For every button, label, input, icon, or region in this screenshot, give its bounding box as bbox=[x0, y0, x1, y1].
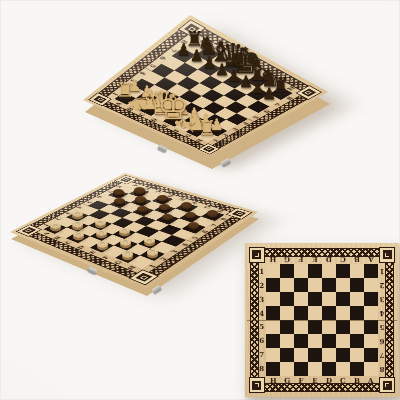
coordinate-label: 3 bbox=[378, 292, 386, 306]
coordinate-label: 1 bbox=[378, 264, 386, 278]
file-labels: HGFEDCBA bbox=[266, 256, 378, 264]
dark-square bbox=[308, 348, 322, 362]
coordinate-label: B bbox=[350, 256, 364, 264]
dark-square bbox=[294, 334, 308, 348]
coordinate-label: C bbox=[336, 256, 350, 264]
dark-square bbox=[294, 362, 308, 376]
corner-ornament-inner bbox=[385, 383, 390, 388]
dark-square bbox=[294, 306, 308, 320]
corner-ornament-dot bbox=[255, 384, 258, 387]
coordinate-label: C bbox=[336, 376, 350, 384]
dark-square bbox=[322, 334, 336, 348]
light-square bbox=[364, 334, 378, 348]
light-square bbox=[308, 306, 322, 320]
dark-square bbox=[280, 264, 294, 278]
corner-ornament-inner bbox=[255, 383, 260, 388]
dark-square bbox=[308, 292, 322, 306]
light-square bbox=[308, 278, 322, 292]
coordinate-label: H bbox=[266, 376, 280, 384]
empty-board-top-view: HGFEDCBAHGFEDCBA1234567812345678 bbox=[245, 243, 399, 397]
light-square bbox=[280, 278, 294, 292]
light-square bbox=[266, 264, 280, 278]
dark-square bbox=[266, 334, 280, 348]
coordinate-label: D bbox=[322, 256, 336, 264]
light-square bbox=[294, 292, 308, 306]
dark-square bbox=[266, 306, 280, 320]
light-square bbox=[280, 334, 294, 348]
coordinate-label: 8 bbox=[258, 362, 266, 376]
light-square bbox=[336, 334, 350, 348]
light-square bbox=[336, 306, 350, 320]
light-square bbox=[308, 362, 322, 376]
corner-ornament-dot bbox=[386, 253, 389, 256]
coordinate-label: B bbox=[350, 376, 364, 384]
coordinate-label: F bbox=[294, 256, 308, 264]
coordinate-label: 4 bbox=[378, 306, 386, 320]
dark-square bbox=[322, 306, 336, 320]
coordinate-label: 5 bbox=[378, 320, 386, 334]
coordinate-label: E bbox=[308, 376, 322, 384]
coordinate-label: A bbox=[364, 256, 378, 264]
dark-square bbox=[336, 348, 350, 362]
coordinate-label: F bbox=[294, 376, 308, 384]
coordinate-label: 8 bbox=[378, 362, 386, 376]
corner-ornament-ring bbox=[383, 250, 392, 259]
coordinate-label: G bbox=[280, 256, 294, 264]
light-square bbox=[350, 292, 364, 306]
light-square bbox=[322, 264, 336, 278]
light-square bbox=[266, 320, 280, 334]
light-square bbox=[336, 278, 350, 292]
corner-ornament-inner bbox=[385, 253, 390, 258]
light-square bbox=[350, 348, 364, 362]
coordinate-label: 4 bbox=[258, 306, 266, 320]
light-square bbox=[350, 264, 364, 278]
light-square bbox=[294, 320, 308, 334]
dark-square bbox=[294, 278, 308, 292]
coordinate-label: D bbox=[322, 376, 336, 384]
product-photo: 1234567812345678ABCDEFGHABCDEFGH ♜♞♟♝♟♛♟… bbox=[0, 0, 400, 400]
dark-square bbox=[350, 334, 364, 348]
corner-ornament-ring bbox=[252, 381, 261, 390]
coordinate-label: 6 bbox=[258, 334, 266, 348]
dark-square bbox=[280, 320, 294, 334]
light-square bbox=[364, 362, 378, 376]
light-square bbox=[336, 362, 350, 376]
dark-square bbox=[322, 278, 336, 292]
fold-seam bbox=[247, 320, 396, 321]
corner-ornament bbox=[379, 247, 395, 263]
corner-ornament-dot bbox=[386, 384, 389, 387]
coordinate-label: 7 bbox=[258, 348, 266, 362]
corner-ornament bbox=[249, 247, 265, 263]
dark-square bbox=[364, 264, 378, 278]
coordinate-label: 5 bbox=[258, 320, 266, 334]
dark-square bbox=[364, 292, 378, 306]
light-square bbox=[294, 264, 308, 278]
corner-ornament-inner bbox=[255, 253, 260, 258]
dark-square bbox=[364, 348, 378, 362]
coordinate-label: H bbox=[266, 256, 280, 264]
corner-ornament-dot bbox=[255, 253, 258, 256]
coordinate-label: 1 bbox=[258, 264, 266, 278]
light-square bbox=[350, 320, 364, 334]
dark-square bbox=[308, 320, 322, 334]
coordinate-label: 6 bbox=[378, 334, 386, 348]
flat-board-view: HGFEDCBAHGFEDCBA1234567812345678 bbox=[0, 0, 400, 400]
corner-ornament bbox=[249, 377, 265, 393]
light-square bbox=[322, 292, 336, 306]
dark-square bbox=[336, 320, 350, 334]
light-square bbox=[364, 306, 378, 320]
dark-square bbox=[336, 292, 350, 306]
light-square bbox=[322, 320, 336, 334]
coordinate-label: 7 bbox=[378, 348, 386, 362]
coordinate-label: E bbox=[308, 256, 322, 264]
corner-ornament-ring bbox=[252, 250, 261, 259]
coordinate-label: A bbox=[364, 376, 378, 384]
dark-square bbox=[266, 278, 280, 292]
dark-square bbox=[364, 320, 378, 334]
corner-ornament-ring bbox=[383, 381, 392, 390]
dark-square bbox=[350, 278, 364, 292]
dark-square bbox=[266, 362, 280, 376]
dark-square bbox=[308, 264, 322, 278]
dark-square bbox=[280, 348, 294, 362]
dark-square bbox=[322, 362, 336, 376]
light-square bbox=[280, 362, 294, 376]
coordinate-label: 2 bbox=[378, 278, 386, 292]
light-square bbox=[280, 306, 294, 320]
light-square bbox=[294, 348, 308, 362]
light-square bbox=[322, 348, 336, 362]
file-labels: HGFEDCBA bbox=[266, 376, 378, 384]
dark-square bbox=[350, 306, 364, 320]
coordinate-label: 3 bbox=[258, 292, 266, 306]
coordinate-label: G bbox=[280, 376, 294, 384]
dark-square bbox=[336, 264, 350, 278]
coordinate-label: 2 bbox=[258, 278, 266, 292]
light-square bbox=[266, 292, 280, 306]
light-square bbox=[364, 278, 378, 292]
light-square bbox=[308, 334, 322, 348]
corner-ornament bbox=[379, 377, 395, 393]
dark-square bbox=[280, 292, 294, 306]
light-square bbox=[266, 348, 280, 362]
dark-square bbox=[350, 362, 364, 376]
